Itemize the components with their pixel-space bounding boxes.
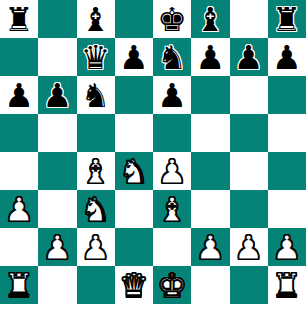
square-c5[interactable] — [77, 114, 115, 152]
square-f6[interactable] — [191, 76, 229, 114]
square-a7[interactable] — [0, 38, 38, 76]
square-d2[interactable] — [115, 228, 153, 266]
square-g8[interactable] — [230, 0, 268, 38]
black-rook: ♜ — [272, 3, 302, 36]
square-g6[interactable] — [230, 76, 268, 114]
square-f2[interactable]: ♟ — [191, 228, 229, 266]
black-bishop: ♝ — [196, 3, 226, 36]
square-f5[interactable] — [191, 114, 229, 152]
square-a4[interactable] — [0, 152, 38, 190]
square-e1[interactable]: ♚ — [153, 266, 191, 304]
square-c4[interactable]: ♝ — [77, 152, 115, 190]
square-c6[interactable]: ♞ — [77, 76, 115, 114]
square-a2[interactable] — [0, 228, 38, 266]
board-bottom-margin — [0, 304, 306, 310]
square-h3[interactable] — [268, 190, 306, 228]
square-d8[interactable] — [115, 0, 153, 38]
square-f8[interactable]: ♝ — [191, 0, 229, 38]
black-pawn: ♟ — [157, 79, 187, 112]
white-pawn: ♟ — [272, 231, 302, 264]
square-b5[interactable] — [38, 114, 76, 152]
square-d5[interactable] — [115, 114, 153, 152]
white-pawn: ♟ — [81, 231, 111, 264]
black-pawn: ♟ — [234, 41, 264, 74]
square-a1[interactable]: ♜ — [0, 266, 38, 304]
square-b3[interactable] — [38, 190, 76, 228]
black-rook: ♜ — [4, 3, 34, 36]
black-pawn: ♟ — [4, 79, 34, 112]
square-a8[interactable]: ♜ — [0, 0, 38, 38]
black-queen: ♛ — [81, 41, 111, 74]
square-g7[interactable]: ♟ — [230, 38, 268, 76]
white-bishop: ♝ — [157, 193, 187, 226]
square-a5[interactable] — [0, 114, 38, 152]
white-knight: ♞ — [119, 155, 149, 188]
square-d7[interactable]: ♟ — [115, 38, 153, 76]
black-knight: ♞ — [157, 41, 187, 74]
square-h6[interactable] — [268, 76, 306, 114]
white-rook: ♜ — [272, 269, 302, 302]
white-pawn: ♟ — [234, 231, 264, 264]
square-d1[interactable]: ♛ — [115, 266, 153, 304]
white-pawn: ♟ — [157, 155, 187, 188]
square-b1[interactable] — [38, 266, 76, 304]
white-pawn: ♟ — [43, 231, 73, 264]
square-e3[interactable]: ♝ — [153, 190, 191, 228]
square-a6[interactable]: ♟ — [0, 76, 38, 114]
square-e7[interactable]: ♞ — [153, 38, 191, 76]
square-c3[interactable]: ♞ — [77, 190, 115, 228]
square-b7[interactable] — [38, 38, 76, 76]
square-c7[interactable]: ♛ — [77, 38, 115, 76]
square-e2[interactable] — [153, 228, 191, 266]
square-f7[interactable]: ♟ — [191, 38, 229, 76]
square-g3[interactable] — [230, 190, 268, 228]
square-g4[interactable] — [230, 152, 268, 190]
square-d3[interactable] — [115, 190, 153, 228]
square-h8[interactable]: ♜ — [268, 0, 306, 38]
black-king: ♚ — [157, 3, 187, 36]
black-knight: ♞ — [81, 79, 111, 112]
square-c1[interactable] — [77, 266, 115, 304]
chess-board: ♜♝♚♝♜♛♟♞♟♟♟♟♟♞♟♝♞♟♟♞♝♟♟♟♟♟♜♛♚♜ — [0, 0, 306, 304]
square-g2[interactable]: ♟ — [230, 228, 268, 266]
square-h5[interactable] — [268, 114, 306, 152]
square-e6[interactable]: ♟ — [153, 76, 191, 114]
white-king: ♚ — [157, 269, 187, 302]
square-d4[interactable]: ♞ — [115, 152, 153, 190]
square-f4[interactable] — [191, 152, 229, 190]
square-b6[interactable]: ♟ — [38, 76, 76, 114]
square-a3[interactable]: ♟ — [0, 190, 38, 228]
white-knight: ♞ — [81, 193, 111, 226]
black-pawn: ♟ — [119, 41, 149, 74]
square-f1[interactable] — [191, 266, 229, 304]
white-rook: ♜ — [4, 269, 34, 302]
square-b2[interactable]: ♟ — [38, 228, 76, 266]
square-f3[interactable] — [191, 190, 229, 228]
square-h4[interactable] — [268, 152, 306, 190]
square-g5[interactable] — [230, 114, 268, 152]
black-pawn: ♟ — [43, 79, 73, 112]
square-g1[interactable] — [230, 266, 268, 304]
square-c8[interactable]: ♝ — [77, 0, 115, 38]
white-pawn: ♟ — [196, 231, 226, 264]
white-pawn: ♟ — [4, 193, 34, 226]
white-queen: ♛ — [119, 269, 149, 302]
square-e5[interactable] — [153, 114, 191, 152]
black-bishop: ♝ — [81, 3, 111, 36]
black-pawn: ♟ — [196, 41, 226, 74]
square-b4[interactable] — [38, 152, 76, 190]
white-bishop: ♝ — [81, 155, 111, 188]
square-e8[interactable]: ♚ — [153, 0, 191, 38]
square-e4[interactable]: ♟ — [153, 152, 191, 190]
square-h1[interactable]: ♜ — [268, 266, 306, 304]
square-h2[interactable]: ♟ — [268, 228, 306, 266]
square-d6[interactable] — [115, 76, 153, 114]
square-c2[interactable]: ♟ — [77, 228, 115, 266]
square-b8[interactable] — [38, 0, 76, 38]
square-h7[interactable]: ♟ — [268, 38, 306, 76]
black-pawn: ♟ — [272, 41, 302, 74]
